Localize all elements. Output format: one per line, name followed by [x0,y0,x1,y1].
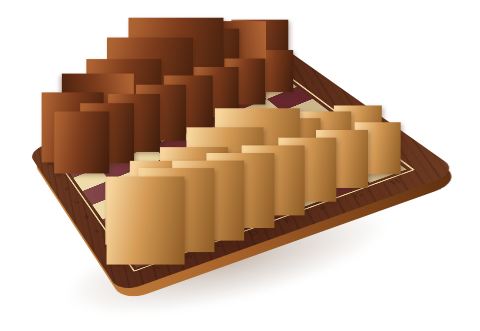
product-photo-scene: ABCDEFGH 87654321 ♜♞♝♛♚♝♞♜♟♟♟♟♟♟♟♟♜♞♝♛♚♝… [0,0,480,331]
white-pawn-a1: ♟ [106,176,185,264]
rank-label-3: 3 [87,226,106,238]
rank-label-6: 6 [59,184,76,195]
rank-label-5: 5 [67,197,85,208]
black-pawn-a7: ♟ [54,112,110,174]
rank-label-4: 4 [77,211,96,222]
